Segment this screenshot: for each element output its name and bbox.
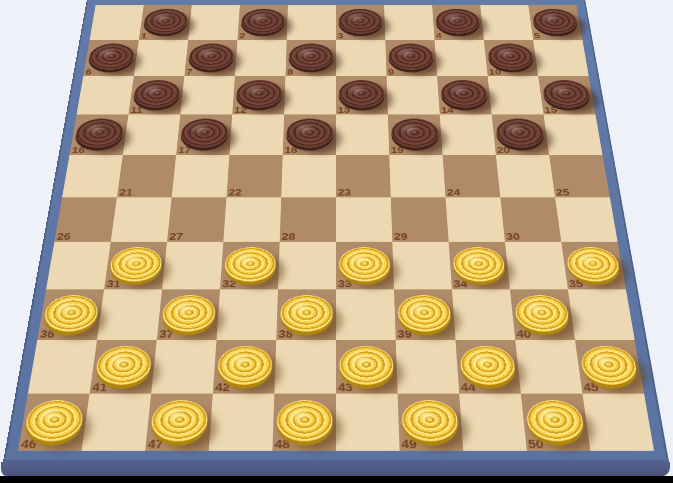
dark-piece-5[interactable] bbox=[531, 9, 578, 34]
square-number: 39 bbox=[397, 329, 412, 339]
dark-piece-20[interactable] bbox=[495, 119, 545, 148]
square-number: 12 bbox=[234, 106, 247, 114]
square-number: 4 bbox=[436, 32, 443, 39]
square-number: 34 bbox=[453, 279, 468, 289]
light-square bbox=[229, 114, 284, 154]
light-square bbox=[515, 340, 582, 394]
light-square bbox=[287, 5, 336, 40]
square-number: 21 bbox=[119, 188, 133, 197]
light-square bbox=[62, 155, 123, 198]
square-number: 44 bbox=[460, 382, 476, 393]
square-number: 35 bbox=[568, 279, 583, 289]
square-46[interactable]: 46 bbox=[18, 394, 90, 451]
square-number: 11 bbox=[130, 106, 143, 114]
square-8[interactable]: 8 bbox=[285, 40, 336, 76]
square-number: 47 bbox=[147, 438, 164, 450]
square-number: 18 bbox=[284, 146, 297, 154]
square-number: 22 bbox=[228, 188, 242, 197]
square-23[interactable]: 23 bbox=[336, 155, 391, 198]
dark-piece-9[interactable] bbox=[388, 44, 434, 70]
light-square bbox=[480, 5, 533, 40]
dark-piece-10[interactable] bbox=[487, 44, 535, 70]
square-6[interactable]: 6 bbox=[83, 40, 139, 76]
board-front-edge bbox=[1, 462, 670, 477]
light-piece-41[interactable] bbox=[94, 346, 153, 385]
square-number: 15 bbox=[544, 106, 558, 114]
square-21[interactable]: 21 bbox=[117, 155, 176, 198]
light-square bbox=[90, 5, 144, 40]
square-9[interactable]: 9 bbox=[385, 40, 437, 76]
square-number: 37 bbox=[159, 329, 175, 339]
square-12[interactable]: 12 bbox=[232, 76, 285, 114]
square-number: 25 bbox=[555, 188, 570, 197]
light-square bbox=[496, 155, 555, 198]
square-7[interactable]: 7 bbox=[184, 40, 237, 76]
square-36[interactable]: 36 bbox=[37, 290, 104, 340]
dark-piece-17[interactable] bbox=[180, 119, 229, 148]
light-square bbox=[452, 290, 515, 340]
square-number: 13 bbox=[338, 106, 351, 114]
square-number: 49 bbox=[401, 438, 417, 450]
square-18[interactable]: 18 bbox=[283, 114, 336, 154]
square-41[interactable]: 41 bbox=[90, 340, 157, 394]
light-square bbox=[387, 76, 440, 114]
light-piece-46[interactable] bbox=[23, 400, 85, 441]
draughts-board-frame: 1234567891011121314151617181920212223242… bbox=[3, 0, 669, 462]
light-square bbox=[235, 40, 287, 76]
light-square bbox=[162, 242, 223, 290]
square-50[interactable]: 50 bbox=[521, 394, 591, 451]
square-number: 6 bbox=[85, 68, 92, 76]
light-square bbox=[77, 76, 134, 114]
dark-piece-12[interactable] bbox=[236, 80, 283, 108]
dark-piece-18[interactable] bbox=[286, 119, 333, 148]
square-38[interactable]: 38 bbox=[276, 290, 336, 340]
light-square bbox=[568, 290, 635, 340]
square-33[interactable]: 33 bbox=[336, 242, 394, 290]
light-square bbox=[582, 394, 654, 451]
light-square bbox=[111, 197, 172, 242]
bottom-black-bar bbox=[0, 476, 673, 483]
light-square bbox=[46, 242, 111, 290]
square-26[interactable]: 26 bbox=[54, 197, 117, 242]
square-32[interactable]: 32 bbox=[220, 242, 280, 290]
square-42[interactable]: 42 bbox=[213, 340, 276, 394]
light-square bbox=[336, 394, 400, 451]
square-number: 43 bbox=[338, 382, 353, 393]
light-piece-45[interactable] bbox=[579, 346, 639, 385]
square-16[interactable]: 16 bbox=[70, 114, 129, 154]
square-22[interactable]: 22 bbox=[226, 155, 282, 198]
square-29[interactable]: 29 bbox=[391, 197, 449, 242]
light-piece-34[interactable] bbox=[452, 247, 506, 281]
square-number: 16 bbox=[71, 146, 85, 154]
square-28[interactable]: 28 bbox=[280, 197, 336, 242]
square-27[interactable]: 27 bbox=[167, 197, 226, 242]
square-number: 40 bbox=[516, 329, 532, 339]
light-square bbox=[123, 114, 180, 154]
light-piece-33[interactable] bbox=[339, 247, 390, 281]
square-24[interactable]: 24 bbox=[443, 155, 501, 198]
square-number: 38 bbox=[278, 329, 293, 339]
light-piece-48[interactable] bbox=[276, 400, 332, 441]
light-piece-40[interactable] bbox=[514, 295, 571, 332]
square-37[interactable]: 37 bbox=[157, 290, 220, 340]
light-square bbox=[396, 340, 459, 394]
square-13[interactable]: 13 bbox=[336, 76, 388, 114]
square-4[interactable]: 4 bbox=[432, 5, 484, 40]
dark-piece-7[interactable] bbox=[188, 44, 235, 70]
light-square bbox=[389, 155, 445, 198]
square-47[interactable]: 47 bbox=[145, 394, 213, 451]
light-square bbox=[28, 340, 97, 394]
light-square bbox=[435, 40, 488, 76]
light-piece-35[interactable] bbox=[565, 247, 621, 281]
square-40[interactable]: 40 bbox=[510, 290, 575, 340]
light-square bbox=[446, 197, 505, 242]
light-piece-42[interactable] bbox=[217, 346, 273, 385]
light-square bbox=[97, 290, 162, 340]
light-square bbox=[555, 197, 618, 242]
light-piece-44[interactable] bbox=[459, 346, 516, 385]
light-square bbox=[505, 242, 568, 290]
square-number: 29 bbox=[394, 232, 408, 241]
board-scene: 1234567891011121314151617181920212223242… bbox=[0, 0, 673, 483]
square-number: 45 bbox=[583, 382, 600, 393]
dark-piece-14[interactable] bbox=[440, 80, 488, 108]
square-number: 50 bbox=[527, 438, 544, 450]
dark-piece-16[interactable] bbox=[74, 119, 125, 148]
square-number: 3 bbox=[338, 32, 344, 39]
playing-grid: 1234567891011121314151617181920212223242… bbox=[18, 5, 654, 451]
light-square bbox=[336, 290, 396, 340]
light-square bbox=[82, 394, 152, 451]
square-25[interactable]: 25 bbox=[549, 155, 610, 198]
square-35[interactable]: 35 bbox=[561, 242, 626, 290]
light-piece-31[interactable] bbox=[108, 247, 163, 281]
light-square bbox=[459, 394, 527, 451]
light-square bbox=[274, 340, 336, 394]
dark-piece-2[interactable] bbox=[241, 9, 286, 34]
square-number: 27 bbox=[169, 232, 184, 241]
dark-piece-3[interactable] bbox=[339, 9, 383, 34]
light-square bbox=[544, 114, 603, 154]
square-number: 33 bbox=[338, 279, 352, 289]
light-square bbox=[336, 40, 387, 76]
square-1[interactable]: 1 bbox=[139, 5, 192, 40]
light-square bbox=[392, 242, 452, 290]
square-2[interactable]: 2 bbox=[237, 5, 287, 40]
square-number: 2 bbox=[239, 32, 245, 39]
square-number: 30 bbox=[506, 232, 521, 241]
square-number: 28 bbox=[281, 232, 295, 241]
light-piece-39[interactable] bbox=[397, 295, 451, 332]
square-number: 14 bbox=[441, 106, 454, 114]
dark-piece-8[interactable] bbox=[288, 44, 333, 70]
square-30[interactable]: 30 bbox=[500, 197, 561, 242]
light-square bbox=[384, 5, 434, 40]
square-49[interactable]: 49 bbox=[398, 394, 464, 451]
square-31[interactable]: 31 bbox=[104, 242, 167, 290]
light-square bbox=[440, 114, 496, 154]
square-number: 41 bbox=[92, 382, 108, 393]
light-square bbox=[172, 155, 230, 198]
square-number: 7 bbox=[186, 68, 193, 76]
square-11[interactable]: 11 bbox=[128, 76, 184, 114]
light-piece-43[interactable] bbox=[339, 346, 394, 385]
light-square bbox=[151, 340, 216, 394]
square-number: 1 bbox=[140, 32, 147, 39]
square-number: 5 bbox=[534, 32, 541, 39]
light-square bbox=[180, 76, 235, 114]
dark-piece-4[interactable] bbox=[435, 9, 481, 34]
light-square bbox=[278, 242, 336, 290]
light-piece-36[interactable] bbox=[42, 295, 100, 332]
dark-piece-11[interactable] bbox=[132, 80, 181, 108]
light-square bbox=[284, 76, 336, 114]
light-square bbox=[336, 114, 389, 154]
square-10[interactable]: 10 bbox=[484, 40, 538, 76]
light-piece-47[interactable] bbox=[150, 400, 209, 441]
light-square bbox=[281, 155, 336, 198]
dark-piece-19[interactable] bbox=[391, 119, 439, 148]
square-34[interactable]: 34 bbox=[449, 242, 510, 290]
square-number: 8 bbox=[287, 68, 293, 76]
square-number: 32 bbox=[222, 279, 237, 289]
square-5[interactable]: 5 bbox=[528, 5, 582, 40]
light-piece-32[interactable] bbox=[224, 247, 277, 281]
square-number: 23 bbox=[338, 188, 351, 197]
light-piece-50[interactable] bbox=[525, 400, 586, 441]
square-45[interactable]: 45 bbox=[575, 340, 644, 394]
square-20[interactable]: 20 bbox=[492, 114, 549, 154]
square-number: 42 bbox=[215, 382, 231, 393]
square-number: 46 bbox=[20, 438, 37, 450]
light-square bbox=[209, 394, 275, 451]
light-square bbox=[188, 5, 240, 40]
square-number: 9 bbox=[388, 68, 394, 76]
dark-piece-13[interactable] bbox=[339, 80, 385, 108]
square-39[interactable]: 39 bbox=[394, 290, 456, 340]
light-piece-49[interactable] bbox=[401, 400, 459, 441]
square-17[interactable]: 17 bbox=[176, 114, 232, 154]
light-piece-37[interactable] bbox=[161, 295, 217, 332]
square-number: 19 bbox=[391, 146, 404, 154]
dark-piece-1[interactable] bbox=[142, 9, 188, 34]
square-19[interactable]: 19 bbox=[388, 114, 443, 154]
dark-piece-15[interactable] bbox=[542, 80, 592, 108]
square-14[interactable]: 14 bbox=[437, 76, 492, 114]
square-number: 31 bbox=[106, 279, 121, 289]
dark-piece-6[interactable] bbox=[87, 44, 136, 70]
light-square bbox=[134, 40, 188, 76]
light-square bbox=[533, 40, 589, 76]
square-43[interactable]: 43 bbox=[336, 340, 398, 394]
square-number: 20 bbox=[497, 146, 511, 154]
light-square bbox=[223, 197, 281, 242]
square-44[interactable]: 44 bbox=[455, 340, 520, 394]
square-number: 10 bbox=[488, 68, 501, 76]
square-number: 17 bbox=[178, 146, 192, 154]
square-3[interactable]: 3 bbox=[336, 5, 385, 40]
light-square bbox=[488, 76, 544, 114]
light-piece-38[interactable] bbox=[280, 295, 333, 332]
square-number: 24 bbox=[447, 188, 461, 197]
square-number: 26 bbox=[56, 232, 71, 241]
light-square bbox=[336, 197, 392, 242]
square-number: 48 bbox=[274, 438, 290, 450]
light-square bbox=[217, 290, 279, 340]
square-15[interactable]: 15 bbox=[538, 76, 595, 114]
square-number: 36 bbox=[39, 329, 55, 339]
square-48[interactable]: 48 bbox=[272, 394, 336, 451]
